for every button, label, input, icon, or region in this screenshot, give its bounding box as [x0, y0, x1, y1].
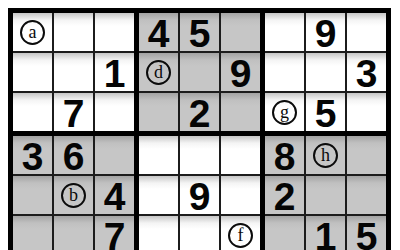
cell-r3c3[interactable] — [95, 93, 134, 131]
given-digit: 5 — [189, 12, 211, 53]
given-digit: 7 — [104, 215, 126, 250]
circled-letter-a: a — [20, 20, 45, 45]
cell-r3c5[interactable]: 2 — [180, 93, 219, 131]
given-digit: 7 — [63, 92, 85, 133]
box-6: 8h215 — [265, 136, 386, 250]
cell-r4c8[interactable]: h — [306, 136, 345, 174]
cell-r3c2[interactable]: 7 — [54, 93, 93, 131]
cell-r6c6[interactable]: f — [221, 216, 260, 250]
circled-letter-b: b — [61, 183, 86, 208]
cell-r1c5[interactable]: 5 — [180, 13, 219, 51]
box-1: a17 — [13, 13, 134, 131]
given-digit: 3 — [22, 135, 44, 176]
cell-r3c9[interactable] — [347, 93, 386, 131]
cell-r4c1[interactable]: 3 — [13, 136, 52, 174]
cell-r1c7[interactable] — [265, 13, 304, 51]
cell-r1c9[interactable] — [347, 13, 386, 51]
cell-r2c5[interactable] — [180, 53, 219, 91]
given-digit: 3 — [356, 52, 378, 93]
cell-r1c8[interactable]: 9 — [306, 13, 345, 51]
cell-r4c5[interactable] — [180, 136, 219, 174]
cell-r3c8[interactable]: 5 — [306, 93, 345, 131]
cell-r1c2[interactable] — [54, 13, 93, 51]
cell-r1c1[interactable]: a — [13, 13, 52, 51]
cell-r2c4[interactable]: d — [139, 53, 178, 91]
given-digit: 8 — [274, 135, 296, 176]
given-digit: 5 — [356, 215, 378, 250]
given-digit: 1 — [315, 215, 337, 250]
cell-r4c4[interactable] — [139, 136, 178, 174]
circled-letter-g: g — [272, 100, 297, 125]
box-3: 93g5 — [265, 13, 386, 131]
box-5: 9f — [139, 136, 260, 250]
box-2: 45d92 — [139, 13, 260, 131]
cell-r5c3[interactable]: 4 — [95, 176, 134, 214]
given-digit: 9 — [315, 12, 337, 53]
circled-letter-h: h — [313, 143, 338, 168]
given-digit: 2 — [274, 175, 296, 216]
cell-r3c1[interactable] — [13, 93, 52, 131]
box-4: 36b47 — [13, 136, 134, 250]
cell-r6c7[interactable] — [265, 216, 304, 250]
cell-r6c1[interactable] — [13, 216, 52, 250]
cell-r1c6[interactable] — [221, 13, 260, 51]
given-digit: 9 — [230, 52, 252, 93]
cell-r2c7[interactable] — [265, 53, 304, 91]
cell-r5c6[interactable] — [221, 176, 260, 214]
sudoku-board: a1745d9293g536b479f8h215 — [8, 8, 391, 250]
cell-r5c2[interactable]: b — [54, 176, 93, 214]
cell-r1c4[interactable]: 4 — [139, 13, 178, 51]
cell-r5c5[interactable]: 9 — [180, 176, 219, 214]
cell-r6c3[interactable]: 7 — [95, 216, 134, 250]
cell-r6c5[interactable] — [180, 216, 219, 250]
cell-r2c1[interactable] — [13, 53, 52, 91]
cell-r6c4[interactable] — [139, 216, 178, 250]
cell-r4c6[interactable] — [221, 136, 260, 174]
cell-r2c9[interactable]: 3 — [347, 53, 386, 91]
given-digit: 1 — [104, 52, 126, 93]
cell-r3c4[interactable] — [139, 93, 178, 131]
cell-r6c9[interactable]: 5 — [347, 216, 386, 250]
circled-letter-f: f — [228, 223, 253, 248]
cell-r4c2[interactable]: 6 — [54, 136, 93, 174]
screen: a1745d9293g536b479f8h215 — [0, 0, 400, 250]
cell-r1c3[interactable] — [95, 13, 134, 51]
given-digit: 2 — [189, 92, 211, 133]
cell-r2c6[interactable]: 9 — [221, 53, 260, 91]
circled-letter-d: d — [146, 60, 171, 85]
given-digit: 9 — [189, 175, 211, 216]
given-digit: 6 — [63, 135, 85, 176]
cell-r4c9[interactable] — [347, 136, 386, 174]
cell-r2c8[interactable] — [306, 53, 345, 91]
cell-r3c6[interactable] — [221, 93, 260, 131]
given-digit: 5 — [315, 92, 337, 133]
cell-r5c1[interactable] — [13, 176, 52, 214]
cell-r5c9[interactable] — [347, 176, 386, 214]
cell-r2c3[interactable]: 1 — [95, 53, 134, 91]
cell-r6c8[interactable]: 1 — [306, 216, 345, 250]
cell-r2c2[interactable] — [54, 53, 93, 91]
cell-r6c2[interactable] — [54, 216, 93, 250]
cell-r5c8[interactable] — [306, 176, 345, 214]
cell-r3c7[interactable]: g — [265, 93, 304, 131]
cell-r5c7[interactable]: 2 — [265, 176, 304, 214]
given-digit: 4 — [104, 175, 126, 216]
cell-r4c3[interactable] — [95, 136, 134, 174]
cell-r4c7[interactable]: 8 — [265, 136, 304, 174]
cell-r5c4[interactable] — [139, 176, 178, 214]
given-digit: 4 — [148, 12, 170, 53]
